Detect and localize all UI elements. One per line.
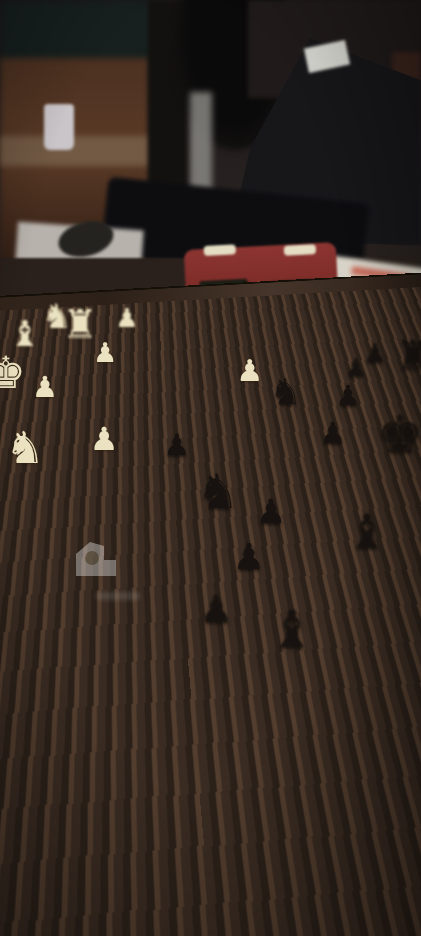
black-pawn-d6[interactable]: ♟ (320, 418, 347, 448)
black-bishop-f7[interactable]: ♝ (345, 507, 388, 555)
photo-scene: ♝♞♜♟♟♟♟♚♞♟♟♟♟♟♞♟♞♟♟♟♝♝♚♜ (0, 0, 421, 936)
black-pawn-c6[interactable]: ♟ (335, 382, 360, 410)
black-pawn-f5[interactable]: ♟ (233, 539, 265, 575)
black-king-c8[interactable]: ♚ (377, 408, 421, 460)
white-pawn-a3[interactable]: ♟ (115, 305, 138, 331)
watermark-smudge (96, 592, 140, 600)
white-pawn-b3[interactable]: ♟ (93, 339, 117, 366)
black-rook-b8[interactable]: ♜ (395, 335, 421, 375)
black-pawn-g4[interactable]: ♟ (199, 590, 233, 628)
black-pawn-d4[interactable]: ♟ (164, 430, 191, 460)
white-pawn-c2[interactable]: ♟ (32, 373, 58, 402)
clock-button-right (284, 244, 316, 256)
white-king-b1[interactable]: ♚ (0, 351, 26, 395)
black-pawn-e5[interactable]: ♟ (256, 494, 286, 528)
white-knight-d1[interactable]: ♞ (5, 426, 44, 470)
white-pawn-d2[interactable]: ♟ (90, 423, 119, 455)
black-knight-b6[interactable]: ♞ (270, 374, 302, 410)
watermark-logo (70, 536, 122, 584)
white-cup (44, 104, 74, 150)
black-pawn-a7[interactable]: ♟ (345, 355, 367, 380)
cupboard-counter (0, 136, 150, 166)
white-pawn-b5[interactable]: ♟ (237, 356, 264, 386)
clock-button-left (204, 244, 236, 256)
black-knight-e4[interactable]: ♞ (196, 467, 239, 515)
black-bishop-g5[interactable]: ♝ (269, 603, 316, 655)
